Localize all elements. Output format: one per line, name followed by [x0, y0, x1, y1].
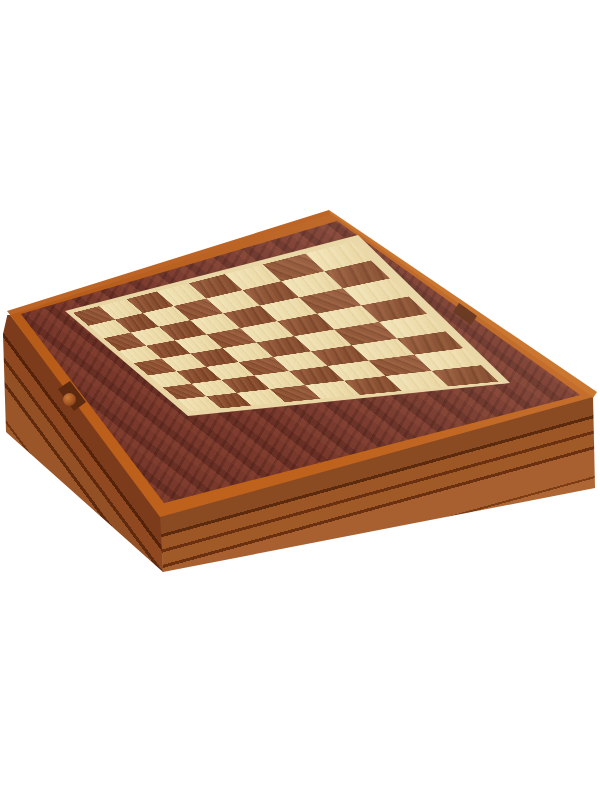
product-photo-scene: Product photo of a wooden chess storage …	[0, 0, 600, 800]
photo-description: Product photo of a wooden chess storage …	[0, 0, 1, 1]
latch-dowel	[63, 393, 76, 406]
